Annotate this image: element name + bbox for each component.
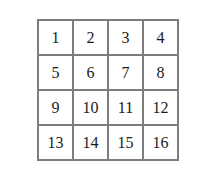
grid-cell: 2 [74,21,107,54]
grid-cell: 10 [74,91,107,124]
grid-cell: 6 [74,56,107,89]
grid-cell: 3 [109,21,142,54]
grid-cell: 13 [39,126,72,159]
grid-cell: 15 [109,126,142,159]
grid-cell: 11 [109,91,142,124]
grid-cell: 5 [39,56,72,89]
grid-cell: 16 [144,126,177,159]
grid-cell: 1 [39,21,72,54]
grid-cell: 7 [109,56,142,89]
grid-cell: 4 [144,21,177,54]
number-grid-board: 12345678910111213141516 [37,19,179,161]
grid-cell: 9 [39,91,72,124]
grid-cell: 12 [144,91,177,124]
grid-cell: 14 [74,126,107,159]
grid-cell: 8 [144,56,177,89]
